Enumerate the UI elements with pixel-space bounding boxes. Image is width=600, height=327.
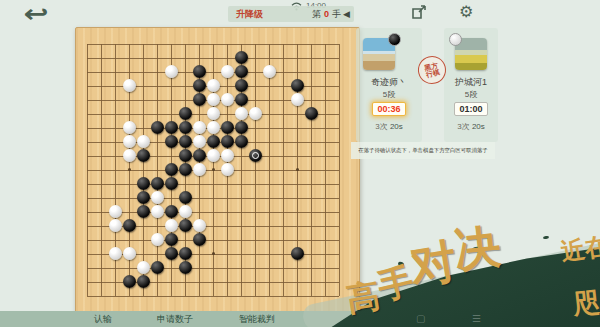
black-stone (179, 191, 192, 204)
black-stone (151, 177, 164, 190)
banner-sub-text-1: 近在 (559, 230, 600, 268)
star-point (128, 168, 131, 171)
black-stone (165, 163, 178, 176)
white-stone (109, 247, 122, 260)
black-stone (165, 233, 178, 246)
grid-line (283, 44, 284, 296)
white-stone (151, 205, 164, 218)
black-stone (165, 205, 178, 218)
white-stone (165, 219, 178, 232)
white-stone (193, 121, 206, 134)
byoyomi-black: 3次 20s (356, 121, 422, 132)
ink-splatter (543, 236, 549, 240)
black-stone (137, 191, 150, 204)
grid-line (325, 44, 326, 296)
grid-line (87, 268, 339, 269)
grid-line (87, 296, 339, 297)
white-stone (123, 79, 136, 92)
black-stone (165, 177, 178, 190)
tip-text: 在落子待确认状态下，单击棋盘下方空白区可取消落子 (358, 147, 487, 154)
back-arrow-icon[interactable]: ↩ (23, 0, 48, 28)
window-icon[interactable]: ▢ (416, 313, 425, 324)
grid-line (269, 44, 270, 296)
white-stone (109, 219, 122, 232)
grid-line (87, 198, 339, 199)
black-stone (165, 135, 178, 148)
banner-sub-text-2: 咫尺 (571, 281, 600, 322)
white-stone (193, 219, 206, 232)
black-stone (193, 93, 206, 106)
grid-line (255, 44, 256, 296)
tip-bar: 在落子待确认状态下，单击棋盘下方空白区可取消落子 (351, 142, 495, 159)
grid-line (87, 240, 339, 241)
black-stone (235, 79, 248, 92)
move-prefix: 第 (312, 8, 321, 21)
black-stone (137, 205, 150, 218)
white-stone (249, 107, 262, 120)
player-name-black: 奇迹师丶 (356, 76, 422, 89)
request-count-button[interactable]: 申请数子 (157, 313, 193, 326)
share-icon[interactable] (411, 4, 428, 20)
white-stone (207, 149, 220, 162)
white-stone (235, 107, 248, 120)
black-stone (235, 93, 248, 106)
white-stone-badge (449, 33, 462, 46)
black-stone (207, 135, 220, 148)
black-stone (123, 219, 136, 232)
white-stone (109, 205, 122, 218)
black-stone (179, 149, 192, 162)
black-stone (235, 51, 248, 64)
white-stone (221, 163, 234, 176)
black-stone (123, 275, 136, 288)
menu-list-icon[interactable]: ☰ (472, 313, 481, 324)
black-stone (221, 135, 234, 148)
white-stone (291, 93, 304, 106)
player-rank-white: 5段 (444, 89, 498, 100)
white-stone (207, 121, 220, 134)
white-stone (151, 191, 164, 204)
ai-referee-button[interactable]: 智能裁判 (239, 313, 275, 326)
white-stone (123, 247, 136, 260)
mode-banner: 升降级 第 0 手 ◀ (228, 6, 354, 22)
black-stone (165, 121, 178, 134)
black-stone (151, 261, 164, 274)
white-stone (137, 261, 150, 274)
white-stone (151, 233, 164, 246)
black-stone-badge (388, 33, 401, 46)
black-stone (291, 79, 304, 92)
grid-line (87, 212, 339, 213)
move-suffix: 手 (332, 8, 341, 21)
black-stone (235, 121, 248, 134)
white-stone (263, 65, 276, 78)
black-stone (221, 121, 234, 134)
black-stone (305, 107, 318, 120)
white-stone (193, 135, 206, 148)
star-point (212, 252, 215, 255)
timer-white: 01:00 (454, 102, 488, 116)
black-stone (179, 107, 192, 120)
black-stone (179, 247, 192, 260)
black-stone (137, 149, 150, 162)
white-stone (221, 149, 234, 162)
black-stone (179, 135, 192, 148)
white-stone (123, 149, 136, 162)
black-stone (291, 247, 304, 260)
black-stone (193, 149, 206, 162)
black-stone (179, 163, 192, 176)
settings-gear-icon[interactable]: ⚙ (459, 2, 473, 21)
black-stone (193, 233, 206, 246)
white-stone (123, 135, 136, 148)
white-stone (207, 79, 220, 92)
black-stone (179, 121, 192, 134)
black-stone (179, 261, 192, 274)
white-stone (221, 93, 234, 106)
byoyomi-white: 3次 20s (444, 121, 498, 132)
black-stone (151, 121, 164, 134)
black-stone (193, 65, 206, 78)
white-stone (137, 135, 150, 148)
grid-line (339, 44, 340, 296)
black-stone (137, 177, 150, 190)
white-stone (193, 163, 206, 176)
player-rank-black: 5段 (356, 89, 422, 100)
black-stone (193, 79, 206, 92)
player-card-white: 护城河1 5段 01:00 3次 20s (444, 28, 498, 142)
white-stone (221, 65, 234, 78)
star-point (296, 168, 299, 171)
player-name-white: 护城河1 (444, 76, 498, 89)
grid-line (311, 44, 312, 296)
move-number: 0 (324, 9, 329, 19)
white-stone (165, 65, 178, 78)
player-card-black: 奇迹师丶 5段 00:36 3次 20s (356, 28, 422, 142)
grid-line (87, 184, 339, 185)
black-stone (165, 247, 178, 260)
black-stone (235, 135, 248, 148)
marked-last-move-stone (249, 149, 262, 162)
history-back-icon[interactable]: ◀ (343, 9, 350, 19)
white-stone (207, 107, 220, 120)
go-board[interactable] (75, 27, 360, 315)
resign-button[interactable]: 认输 (94, 313, 112, 326)
white-stone (123, 121, 136, 134)
star-point (212, 168, 215, 171)
mode-label: 升降级 (236, 8, 263, 21)
timer-black: 00:36 (372, 102, 406, 116)
white-stone (207, 93, 220, 106)
black-stone (137, 275, 150, 288)
black-stone (235, 65, 248, 78)
black-stone (179, 219, 192, 232)
white-stone (179, 205, 192, 218)
